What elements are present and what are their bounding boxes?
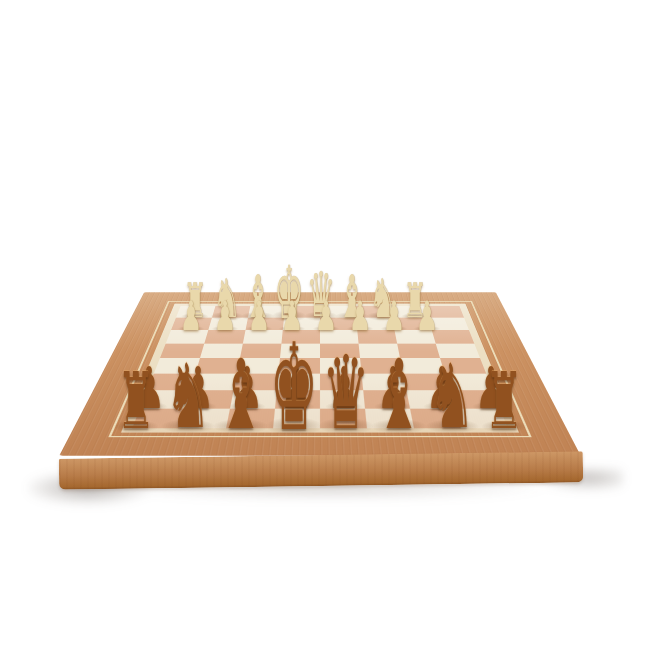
piece-white-pawn-f2: ♟	[247, 296, 270, 337]
piece-white-pawn-b2: ♟	[382, 296, 405, 337]
piece-black-rook-a8: ♜	[485, 362, 524, 440]
piece-white-pawn-c2: ♟	[349, 296, 372, 337]
pieces-layer: ♜♞♝♛♚♝♞♜♟♟♟♟♟♟♟♟♟♟♟♟♟♟♟♟♜♞♝♛♚♝♞♜	[0, 0, 645, 645]
piece-white-pawn-a2: ♟	[416, 296, 439, 337]
piece-black-rook-h8: ♜	[116, 362, 155, 440]
piece-black-king-e8: ♚	[270, 328, 318, 448]
piece-white-pawn-g2: ♟	[214, 296, 237, 337]
piece-black-bishop-c8: ♝	[375, 347, 423, 443]
piece-black-queen-d8: ♛	[323, 343, 370, 445]
piece-black-knight-b8: ♞	[429, 354, 475, 443]
piece-black-knight-g8: ♞	[165, 354, 211, 443]
photo-scene: ♜♞♝♛♚♝♞♜♟♟♟♟♟♟♟♟♟♟♟♟♟♟♟♟♜♞♝♛♚♝♞♜	[0, 0, 645, 645]
piece-black-bishop-f8: ♝	[217, 347, 265, 443]
piece-white-pawn-h2: ♟	[180, 296, 203, 337]
piece-white-pawn-d2: ♟	[315, 296, 338, 337]
